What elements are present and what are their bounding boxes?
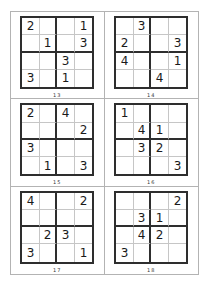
cell-r4c1-empty[interactable] <box>116 157 134 174</box>
cell-r2c2-empty[interactable] <box>134 35 152 52</box>
cell-r3c1-empty[interactable] <box>22 53 40 70</box>
cell-r3c2-given: 3 <box>134 140 152 157</box>
sudoku-grid-18: 231423 <box>114 191 188 264</box>
cell-r2c4-empty[interactable] <box>169 123 187 140</box>
sudoku-grid-14: 323414 <box>114 16 188 89</box>
cell-r4c1-given: 3 <box>116 244 134 261</box>
sudoku-grid-17: 422331 <box>20 191 94 264</box>
cell-r2c3-empty[interactable] <box>57 123 75 140</box>
cell-r1c4-given: 2 <box>169 193 187 210</box>
cell-r1c3-empty[interactable] <box>57 18 75 35</box>
cell-r4c1-empty[interactable] <box>116 70 134 87</box>
sudoku-grid-16: 141323 <box>114 103 188 176</box>
cell-r4c2-empty[interactable] <box>134 244 152 261</box>
cell-r3c3-given: 3 <box>57 227 75 244</box>
cell-r1c1-empty[interactable] <box>116 193 134 210</box>
cell-r2c1-empty[interactable] <box>116 210 134 227</box>
cell-r4c4-given: 1 <box>75 244 93 261</box>
cell-r4c1-given: 3 <box>22 70 40 87</box>
cell-r1c4-empty[interactable] <box>169 18 187 35</box>
cell-r2c1-empty[interactable] <box>116 123 134 140</box>
cell-r3c4-empty[interactable] <box>169 227 187 244</box>
cell-r4c2-empty[interactable] <box>40 70 58 87</box>
cell-r1c2-empty[interactable] <box>40 105 58 122</box>
puzzle-14: 323414 14 <box>105 12 199 99</box>
cell-r3c3-empty[interactable] <box>57 140 75 157</box>
cell-r4c1-empty[interactable] <box>22 157 40 174</box>
cell-r2c4-given: 3 <box>169 35 187 52</box>
cell-r1c3-empty[interactable] <box>151 193 169 210</box>
cell-r1c4-empty[interactable] <box>75 105 93 122</box>
cell-r1c1-empty[interactable] <box>116 18 134 35</box>
cell-r3c2-given: 4 <box>134 227 152 244</box>
puzzle-15: 242313 15 <box>11 99 105 186</box>
cell-r4c4-empty[interactable] <box>169 70 187 87</box>
cell-r2c2-given: 4 <box>134 123 152 140</box>
cell-r1c1-given: 4 <box>22 193 40 210</box>
cell-r4c4-empty[interactable] <box>75 70 93 87</box>
cell-r2c1-empty[interactable] <box>22 123 40 140</box>
cell-r4c3-empty[interactable] <box>57 244 75 261</box>
cell-r2c2-empty[interactable] <box>40 210 58 227</box>
cell-r2c3-given: 1 <box>151 210 169 227</box>
cell-r1c4-given: 1 <box>75 18 93 35</box>
puzzle-18: 231423 18 <box>105 187 199 274</box>
puzzle-number-label: 13 <box>53 92 61 98</box>
cell-r4c2-empty[interactable] <box>134 70 152 87</box>
cell-r4c3-empty[interactable] <box>57 157 75 174</box>
cell-r2c3-empty[interactable] <box>57 210 75 227</box>
cell-r2c2-given: 3 <box>134 210 152 227</box>
puzzle-number-label: 15 <box>53 179 61 185</box>
cell-r2c4-empty[interactable] <box>169 210 187 227</box>
cell-r1c1-given: 2 <box>22 18 40 35</box>
cell-r3c1-empty[interactable] <box>22 227 40 244</box>
cell-r1c2-empty[interactable] <box>40 193 58 210</box>
puzzle-13: 2113331 13 <box>11 12 105 99</box>
cell-r2c3-empty[interactable] <box>57 35 75 52</box>
puzzle-16: 141323 16 <box>105 99 199 186</box>
puzzle-table: 2113331 13 323414 14 242313 15 141323 16… <box>10 11 199 275</box>
sudoku-grid-13: 2113331 <box>20 16 94 89</box>
cell-r3c1-empty[interactable] <box>116 227 134 244</box>
cell-r3c2-given: 2 <box>40 227 58 244</box>
cell-r2c2-given: 1 <box>40 35 58 52</box>
cell-r4c1-given: 3 <box>22 244 40 261</box>
cell-r3c3-given: 3 <box>57 53 75 70</box>
cell-r1c1-given: 2 <box>22 105 40 122</box>
cell-r3c1-given: 3 <box>22 140 40 157</box>
cell-r3c3-given: 2 <box>151 227 169 244</box>
cell-r4c3-empty[interactable] <box>151 244 169 261</box>
puzzle-number-label: 16 <box>147 179 155 185</box>
cell-r2c1-empty[interactable] <box>22 35 40 52</box>
worksheet-page: 2113331 13 323414 14 242313 15 141323 16… <box>0 0 212 300</box>
puzzle-number-label: 17 <box>53 267 61 273</box>
cell-r3c2-empty[interactable] <box>40 140 58 157</box>
cell-r3c1-given: 4 <box>116 53 134 70</box>
cell-r2c4-given: 2 <box>75 123 93 140</box>
cell-r1c1-given: 1 <box>116 105 134 122</box>
cell-r1c3-empty[interactable] <box>57 193 75 210</box>
cell-r1c4-given: 2 <box>75 193 93 210</box>
cell-r1c3-given: 4 <box>57 105 75 122</box>
cell-r3c2-empty[interactable] <box>134 53 152 70</box>
cell-r3c3-given: 2 <box>151 140 169 157</box>
cell-r1c2-empty[interactable] <box>134 105 152 122</box>
cell-r3c4-empty[interactable] <box>75 227 93 244</box>
sudoku-grid-15: 242313 <box>20 103 94 176</box>
cell-r3c2-empty[interactable] <box>40 53 58 70</box>
cell-r3c4-given: 1 <box>169 53 187 70</box>
cell-r2c4-given: 3 <box>75 35 93 52</box>
cell-r2c3-given: 1 <box>151 123 169 140</box>
cell-r2c1-given: 2 <box>116 35 134 52</box>
cell-r4c3-given: 1 <box>57 70 75 87</box>
cell-r3c4-empty[interactable] <box>169 140 187 157</box>
puzzle-number-label: 14 <box>147 92 155 98</box>
cell-r4c2-given: 1 <box>40 157 58 174</box>
cell-r3c3-empty[interactable] <box>151 53 169 70</box>
cell-r1c2-given: 3 <box>134 18 152 35</box>
cell-r4c4-given: 3 <box>75 157 93 174</box>
cell-r4c2-empty[interactable] <box>40 244 58 261</box>
cell-r1c3-empty[interactable] <box>151 18 169 35</box>
cell-r1c3-empty[interactable] <box>151 105 169 122</box>
cell-r4c3-given: 4 <box>151 70 169 87</box>
cell-r1c4-empty[interactable] <box>169 105 187 122</box>
puzzle-number-label: 18 <box>147 267 155 273</box>
cell-r2c1-empty[interactable] <box>22 210 40 227</box>
puzzle-17: 422331 17 <box>11 187 105 274</box>
cell-r1c2-empty[interactable] <box>40 18 58 35</box>
cell-r4c4-empty[interactable] <box>169 244 187 261</box>
cell-r4c3-empty[interactable] <box>151 157 169 174</box>
cell-r2c3-empty[interactable] <box>151 35 169 52</box>
cell-r3c4-empty[interactable] <box>75 140 93 157</box>
cell-r4c2-empty[interactable] <box>134 157 152 174</box>
cell-r3c4-empty[interactable] <box>75 53 93 70</box>
cell-r4c4-given: 3 <box>169 157 187 174</box>
cell-r1c2-empty[interactable] <box>134 193 152 210</box>
cell-r3c1-empty[interactable] <box>116 140 134 157</box>
cell-r2c4-empty[interactable] <box>75 210 93 227</box>
cell-r2c2-empty[interactable] <box>40 123 58 140</box>
